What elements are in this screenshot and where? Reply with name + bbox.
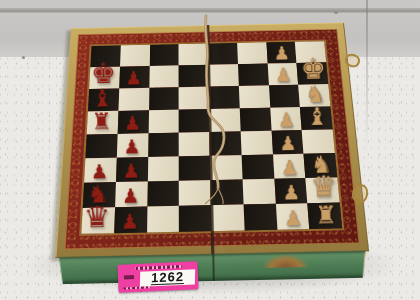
square-c3[interactable] bbox=[147, 156, 179, 181]
square-g6[interactable] bbox=[268, 85, 300, 108]
square-e5[interactable] bbox=[209, 108, 240, 132]
piece-tan-king-h7[interactable]: ♚ bbox=[300, 55, 326, 84]
piece-red-pawn-b2[interactable]: ♟ bbox=[122, 186, 140, 206]
square-b1[interactable]: ♟ bbox=[114, 207, 147, 234]
square-f4[interactable] bbox=[240, 131, 272, 155]
square-b8[interactable] bbox=[120, 45, 150, 67]
square-f5[interactable] bbox=[239, 108, 271, 132]
square-d1[interactable] bbox=[179, 205, 212, 232]
lot-number: 1262 bbox=[151, 270, 184, 285]
square-d4[interactable] bbox=[179, 132, 210, 156]
square-f8[interactable] bbox=[237, 42, 267, 64]
square-d6[interactable] bbox=[179, 87, 209, 110]
square-b2[interactable]: ♟ bbox=[115, 181, 148, 207]
piece-red-pawn-b7[interactable]: ♟ bbox=[125, 69, 142, 88]
box-side-seam bbox=[212, 254, 215, 281]
piece-red-bishop-a6[interactable]: ♝ bbox=[92, 86, 114, 110]
board-face: ♟♚♟♟♚♝♞♜♟♟♝♟♟♟♟♟♞♞♟♟♛♛♟♟♜ bbox=[55, 22, 369, 257]
square-f7[interactable] bbox=[238, 64, 269, 86]
square-d7[interactable] bbox=[179, 65, 209, 87]
sticker-fine-print-bottom bbox=[123, 286, 150, 290]
square-b6[interactable] bbox=[118, 88, 149, 111]
piece-tan-pawn-g1[interactable]: ♟ bbox=[284, 208, 302, 229]
square-h1[interactable]: ♜ bbox=[308, 203, 343, 230]
square-g2[interactable]: ♟ bbox=[274, 178, 308, 204]
square-f3[interactable] bbox=[241, 154, 274, 179]
square-b5[interactable]: ♟ bbox=[117, 110, 148, 134]
square-g4[interactable]: ♟ bbox=[271, 130, 304, 154]
square-c4[interactable] bbox=[148, 133, 179, 157]
square-c1[interactable] bbox=[147, 206, 180, 233]
lot-number-sticker: 1262 bbox=[117, 261, 198, 292]
square-a3[interactable]: ♟ bbox=[84, 158, 117, 183]
piece-tan-pawn-g2[interactable]: ♟ bbox=[282, 183, 300, 203]
piece-tan-pawn-g8[interactable]: ♟ bbox=[273, 44, 290, 63]
square-f6[interactable] bbox=[239, 85, 270, 108]
square-b3[interactable]: ♟ bbox=[116, 157, 148, 182]
piece-red-rook-a5[interactable]: ♜ bbox=[91, 110, 112, 133]
square-g8[interactable]: ♟ bbox=[266, 42, 297, 64]
square-g3[interactable]: ♟ bbox=[273, 154, 306, 179]
piece-tan-queen-h2[interactable]: ♛ bbox=[310, 172, 337, 202]
square-e8[interactable] bbox=[208, 43, 238, 65]
piece-red-pawn-b4[interactable]: ♟ bbox=[123, 137, 141, 157]
square-e4[interactable] bbox=[210, 131, 242, 155]
piece-tan-pawn-g7[interactable]: ♟ bbox=[275, 66, 292, 85]
piece-tan-bishop-h5[interactable]: ♝ bbox=[306, 105, 328, 129]
square-d5[interactable] bbox=[179, 109, 210, 133]
square-f1[interactable] bbox=[243, 204, 277, 231]
square-a4[interactable] bbox=[85, 134, 117, 158]
chess-box: ♟♚♟♟♚♝♞♜♟♟♝♟♟♟♟♟♞♞♟♟♛♛♟♟♜ bbox=[34, 0, 386, 300]
piece-tan-pawn-g5[interactable]: ♟ bbox=[278, 110, 295, 129]
floor-speck bbox=[22, 56, 25, 59]
square-g1[interactable]: ♟ bbox=[275, 203, 309, 230]
square-b4[interactable]: ♟ bbox=[117, 133, 149, 157]
square-e6[interactable] bbox=[209, 86, 240, 109]
square-a1[interactable]: ♛ bbox=[81, 207, 115, 234]
piece-tan-rook-h1[interactable]: ♜ bbox=[314, 203, 336, 228]
square-c6[interactable] bbox=[149, 87, 179, 110]
piece-red-pawn-b5[interactable]: ♟ bbox=[124, 114, 141, 133]
piece-tan-pawn-g3[interactable]: ♟ bbox=[281, 158, 299, 178]
sticker-number-band: 1262 bbox=[139, 269, 195, 286]
piece-red-queen-a1[interactable]: ♛ bbox=[84, 203, 111, 233]
sticker-lot-word bbox=[124, 275, 134, 279]
square-c8[interactable] bbox=[149, 44, 178, 66]
square-a5[interactable]: ♜ bbox=[87, 111, 119, 135]
square-d8[interactable] bbox=[179, 44, 209, 66]
square-h5[interactable]: ♝ bbox=[300, 106, 333, 130]
square-c2[interactable] bbox=[147, 181, 179, 207]
piece-red-pawn-a3[interactable]: ♟ bbox=[91, 162, 109, 182]
square-d2[interactable] bbox=[179, 180, 211, 206]
square-g7[interactable]: ♟ bbox=[267, 63, 298, 85]
square-e3[interactable] bbox=[210, 155, 242, 180]
piece-red-pawn-b1[interactable]: ♟ bbox=[121, 211, 139, 232]
scene: ♟♚♟♟♚♝♞♜♟♟♝♟♟♟♟♟♞♞♟♟♛♛♟♟♜ 1262 bbox=[0, 0, 420, 300]
piece-red-pawn-b3[interactable]: ♟ bbox=[122, 161, 140, 181]
square-e1[interactable] bbox=[211, 205, 244, 232]
square-h2[interactable]: ♛ bbox=[306, 177, 340, 203]
square-g5[interactable]: ♟ bbox=[270, 107, 302, 131]
piece-tan-pawn-g4[interactable]: ♟ bbox=[279, 134, 297, 154]
square-f2[interactable] bbox=[242, 179, 275, 205]
square-c5[interactable] bbox=[148, 110, 179, 134]
square-d3[interactable] bbox=[179, 156, 211, 181]
square-e2[interactable] bbox=[211, 179, 244, 205]
square-b7[interactable]: ♟ bbox=[119, 66, 149, 88]
square-c7[interactable] bbox=[149, 65, 179, 87]
side-fan-decoration bbox=[262, 254, 308, 268]
square-e7[interactable] bbox=[208, 64, 238, 86]
